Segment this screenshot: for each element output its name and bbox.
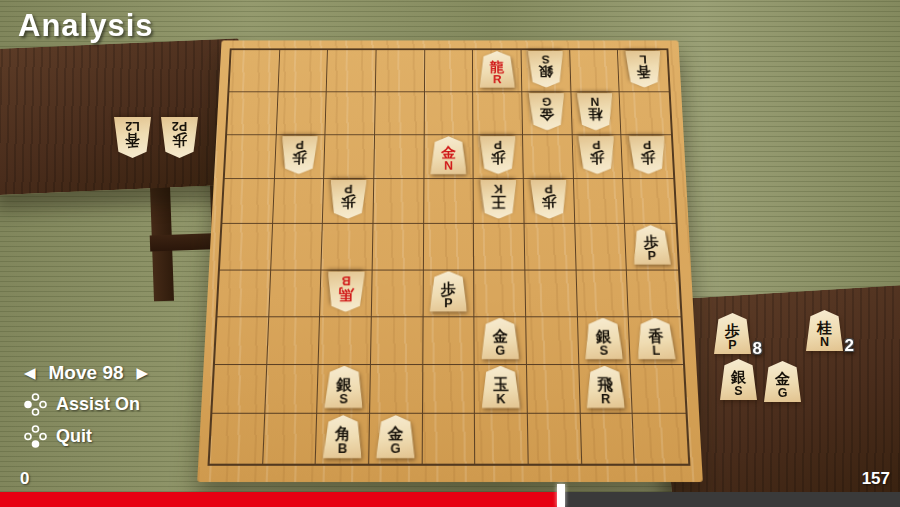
scrubber-end-label: 157 [862, 469, 890, 489]
square-3c[interactable] [523, 135, 574, 179]
piece-gote-king[interactable]: 王K [480, 180, 517, 219]
square-8f[interactable] [269, 270, 322, 317]
page-title: Analysis [18, 8, 154, 44]
square-2i[interactable] [580, 414, 635, 464]
analysis-screen: Analysis 香L2歩P2 龍R銀S香L金G桂N歩P金N歩P歩P歩P歩P王K… [0, 0, 900, 507]
scrubber-start-label: 0 [20, 469, 29, 489]
square-9a[interactable] [229, 50, 280, 92]
square-7c[interactable] [324, 135, 375, 179]
square-3d[interactable]: 歩P [524, 179, 575, 224]
square-1h[interactable] [631, 365, 686, 414]
piece-sente-silver[interactable]: 銀S [584, 318, 623, 360]
prev-move-button[interactable]: ◀ [24, 364, 36, 382]
piece-gote-pawn[interactable]: 歩P [628, 136, 666, 174]
assist-label: Assist On [56, 394, 140, 415]
square-5d[interactable] [424, 179, 474, 224]
piece-sente-promoted-knight[interactable]: 金N [430, 136, 466, 174]
square-2a[interactable] [570, 50, 620, 92]
piece-sente-gold[interactable]: 金G [481, 318, 519, 360]
square-4i[interactable] [475, 414, 528, 464]
square-1e[interactable]: 歩P [625, 224, 678, 270]
square-7i[interactable]: 角B [316, 414, 370, 464]
scrubber-tick[interactable] [557, 484, 565, 507]
square-7e[interactable] [322, 224, 374, 270]
quit-button[interactable]: Quit [24, 425, 148, 448]
scrubber-fill [0, 492, 558, 507]
bottom-left-controls: ◀ Move 98 ▶ Assist On Quit [24, 362, 148, 448]
square-1c[interactable]: 歩P [622, 135, 674, 179]
square-6b[interactable] [375, 92, 425, 135]
square-9d[interactable] [222, 179, 274, 224]
square-7f[interactable]: 馬B [320, 270, 372, 317]
square-3b[interactable]: 金G [522, 92, 572, 135]
square-1a[interactable]: 香L [618, 50, 669, 92]
square-7g[interactable] [319, 317, 372, 365]
square-1f[interactable] [627, 270, 680, 317]
square-6i[interactable]: 金G [369, 414, 422, 464]
square-2e[interactable] [575, 224, 627, 270]
square-3g[interactable] [526, 317, 579, 365]
quit-label: Quit [56, 426, 92, 447]
piece-sente-gold[interactable]: 金G [764, 361, 801, 402]
square-5b[interactable] [424, 92, 473, 135]
square-4b[interactable] [473, 92, 523, 135]
b-button-cluster-icon [24, 425, 47, 448]
square-8d[interactable] [273, 179, 325, 224]
move-navigator: ◀ Move 98 ▶ [24, 362, 148, 384]
square-4h[interactable]: 玉K [475, 365, 528, 414]
square-8g[interactable] [267, 317, 320, 365]
piece-sente-pawn[interactable]: 歩P8 [714, 313, 751, 354]
square-7a[interactable] [327, 50, 377, 92]
square-5e[interactable] [424, 224, 475, 270]
piece-sente-silver[interactable]: 銀S [324, 366, 363, 409]
piece-gote-gold[interactable]: 金G [528, 93, 565, 130]
square-7d[interactable]: 歩P [323, 179, 374, 224]
piece-gote-pawn[interactable]: 歩P [530, 180, 567, 219]
assist-toggle-button[interactable]: Assist On [24, 393, 148, 416]
piece-gote-promoted-bishop[interactable]: 馬B [327, 271, 365, 312]
move-label: Move 98 [49, 362, 124, 384]
captured-count-badge: 8 [753, 340, 762, 357]
square-6g[interactable] [371, 317, 423, 365]
square-1b[interactable] [620, 92, 671, 135]
square-2b[interactable]: 桂N [571, 92, 622, 135]
square-3e[interactable] [525, 224, 577, 270]
square-4f[interactable] [474, 270, 526, 317]
square-5f[interactable]: 歩P [423, 270, 474, 317]
square-4d[interactable]: 王K [474, 179, 525, 224]
piece-gote-lance[interactable]: 香L [625, 51, 662, 88]
piece-sente-gold[interactable]: 金G [376, 415, 415, 458]
square-1d[interactable] [623, 179, 675, 224]
square-6h[interactable] [370, 365, 423, 414]
piece-gote-pawn[interactable]: 歩P [330, 180, 367, 219]
square-9i[interactable] [210, 414, 265, 464]
square-3h[interactable] [527, 365, 580, 414]
piece-sente-pawn[interactable]: 歩P [430, 271, 468, 312]
piece-sente-pawn[interactable]: 歩P [632, 225, 671, 265]
square-8e[interactable] [271, 224, 323, 270]
piece-gote-silver[interactable]: 銀S [528, 51, 564, 88]
shogi-board-grid: 龍R銀S香L金G桂N歩P金N歩P歩P歩P歩P王K歩P歩P馬B歩P金G銀S香L銀S… [207, 48, 690, 465]
square-2d[interactable] [574, 179, 626, 224]
square-2h[interactable]: 飛R [579, 365, 633, 414]
square-9g[interactable] [215, 317, 269, 365]
square-9c[interactable] [225, 135, 277, 179]
y-button-cluster-icon [24, 393, 47, 416]
square-6d[interactable] [373, 179, 424, 224]
piece-sente-lance[interactable]: 香L [636, 318, 676, 360]
square-7b[interactable] [326, 92, 376, 135]
square-1i[interactable] [633, 414, 688, 464]
square-8c[interactable]: 歩P [275, 135, 326, 179]
piece-gote-pawn[interactable]: 歩P [480, 136, 517, 174]
piece-gote-pawn[interactable]: 歩P [579, 136, 617, 174]
piece-sente-rook[interactable]: 飛R [586, 366, 626, 409]
square-8i[interactable] [263, 414, 318, 464]
square-3f[interactable] [525, 270, 577, 317]
square-3i[interactable] [528, 414, 582, 464]
square-3a[interactable]: 銀S [522, 50, 572, 92]
piece-sente-knight[interactable]: 桂N2 [806, 310, 843, 351]
square-7h[interactable]: 銀S [318, 365, 371, 414]
piece-gote-knight[interactable]: 桂N [577, 93, 614, 130]
square-8h[interactable] [265, 365, 319, 414]
square-6f[interactable] [372, 270, 424, 317]
square-2f[interactable] [576, 270, 629, 317]
square-9e[interactable] [220, 224, 273, 270]
square-5c[interactable]: 金N [424, 135, 474, 179]
next-move-button[interactable]: ▶ [137, 364, 149, 382]
square-6a[interactable] [376, 50, 425, 92]
square-9h[interactable] [212, 365, 267, 414]
piece-sente-silver[interactable]: 銀S [720, 359, 757, 400]
square-5h[interactable] [423, 365, 476, 414]
square-6c[interactable] [374, 135, 424, 179]
piece-sente-king[interactable]: 玉K [481, 366, 520, 409]
piece-gote-pawn[interactable]: 歩P [281, 136, 319, 174]
piece-sente-bishop[interactable]: 角B [323, 415, 363, 458]
square-4e[interactable] [474, 224, 525, 270]
piece-sente-promoted-rook[interactable]: 龍R [479, 51, 515, 88]
square-9f[interactable] [217, 270, 270, 317]
captured-count-badge: 2 [845, 337, 854, 354]
square-2c[interactable]: 歩P [572, 135, 623, 179]
square-4a[interactable]: 龍R [473, 50, 522, 92]
square-8a[interactable] [278, 50, 328, 92]
square-6e[interactable] [373, 224, 424, 270]
square-5i[interactable] [422, 414, 475, 464]
piece-gote-lance[interactable]: 香L2 [114, 117, 151, 158]
square-8b[interactable] [276, 92, 327, 135]
move-scrubber [0, 492, 900, 507]
square-4c[interactable]: 歩P [474, 135, 524, 179]
gote-hand: 香L2歩P2 [114, 117, 198, 158]
square-1g[interactable]: 香L [629, 317, 683, 365]
piece-gote-pawn[interactable]: 歩P2 [161, 117, 198, 158]
square-5g[interactable] [423, 317, 475, 365]
square-4g[interactable]: 金G [475, 317, 527, 365]
square-9b[interactable] [227, 92, 278, 135]
square-5a[interactable] [425, 50, 474, 92]
shogi-board: 龍R銀S香L金G桂N歩P金N歩P歩P歩P歩P王K歩P歩P馬B歩P金G銀S香L銀S… [197, 40, 703, 482]
square-2g[interactable]: 銀S [578, 317, 631, 365]
